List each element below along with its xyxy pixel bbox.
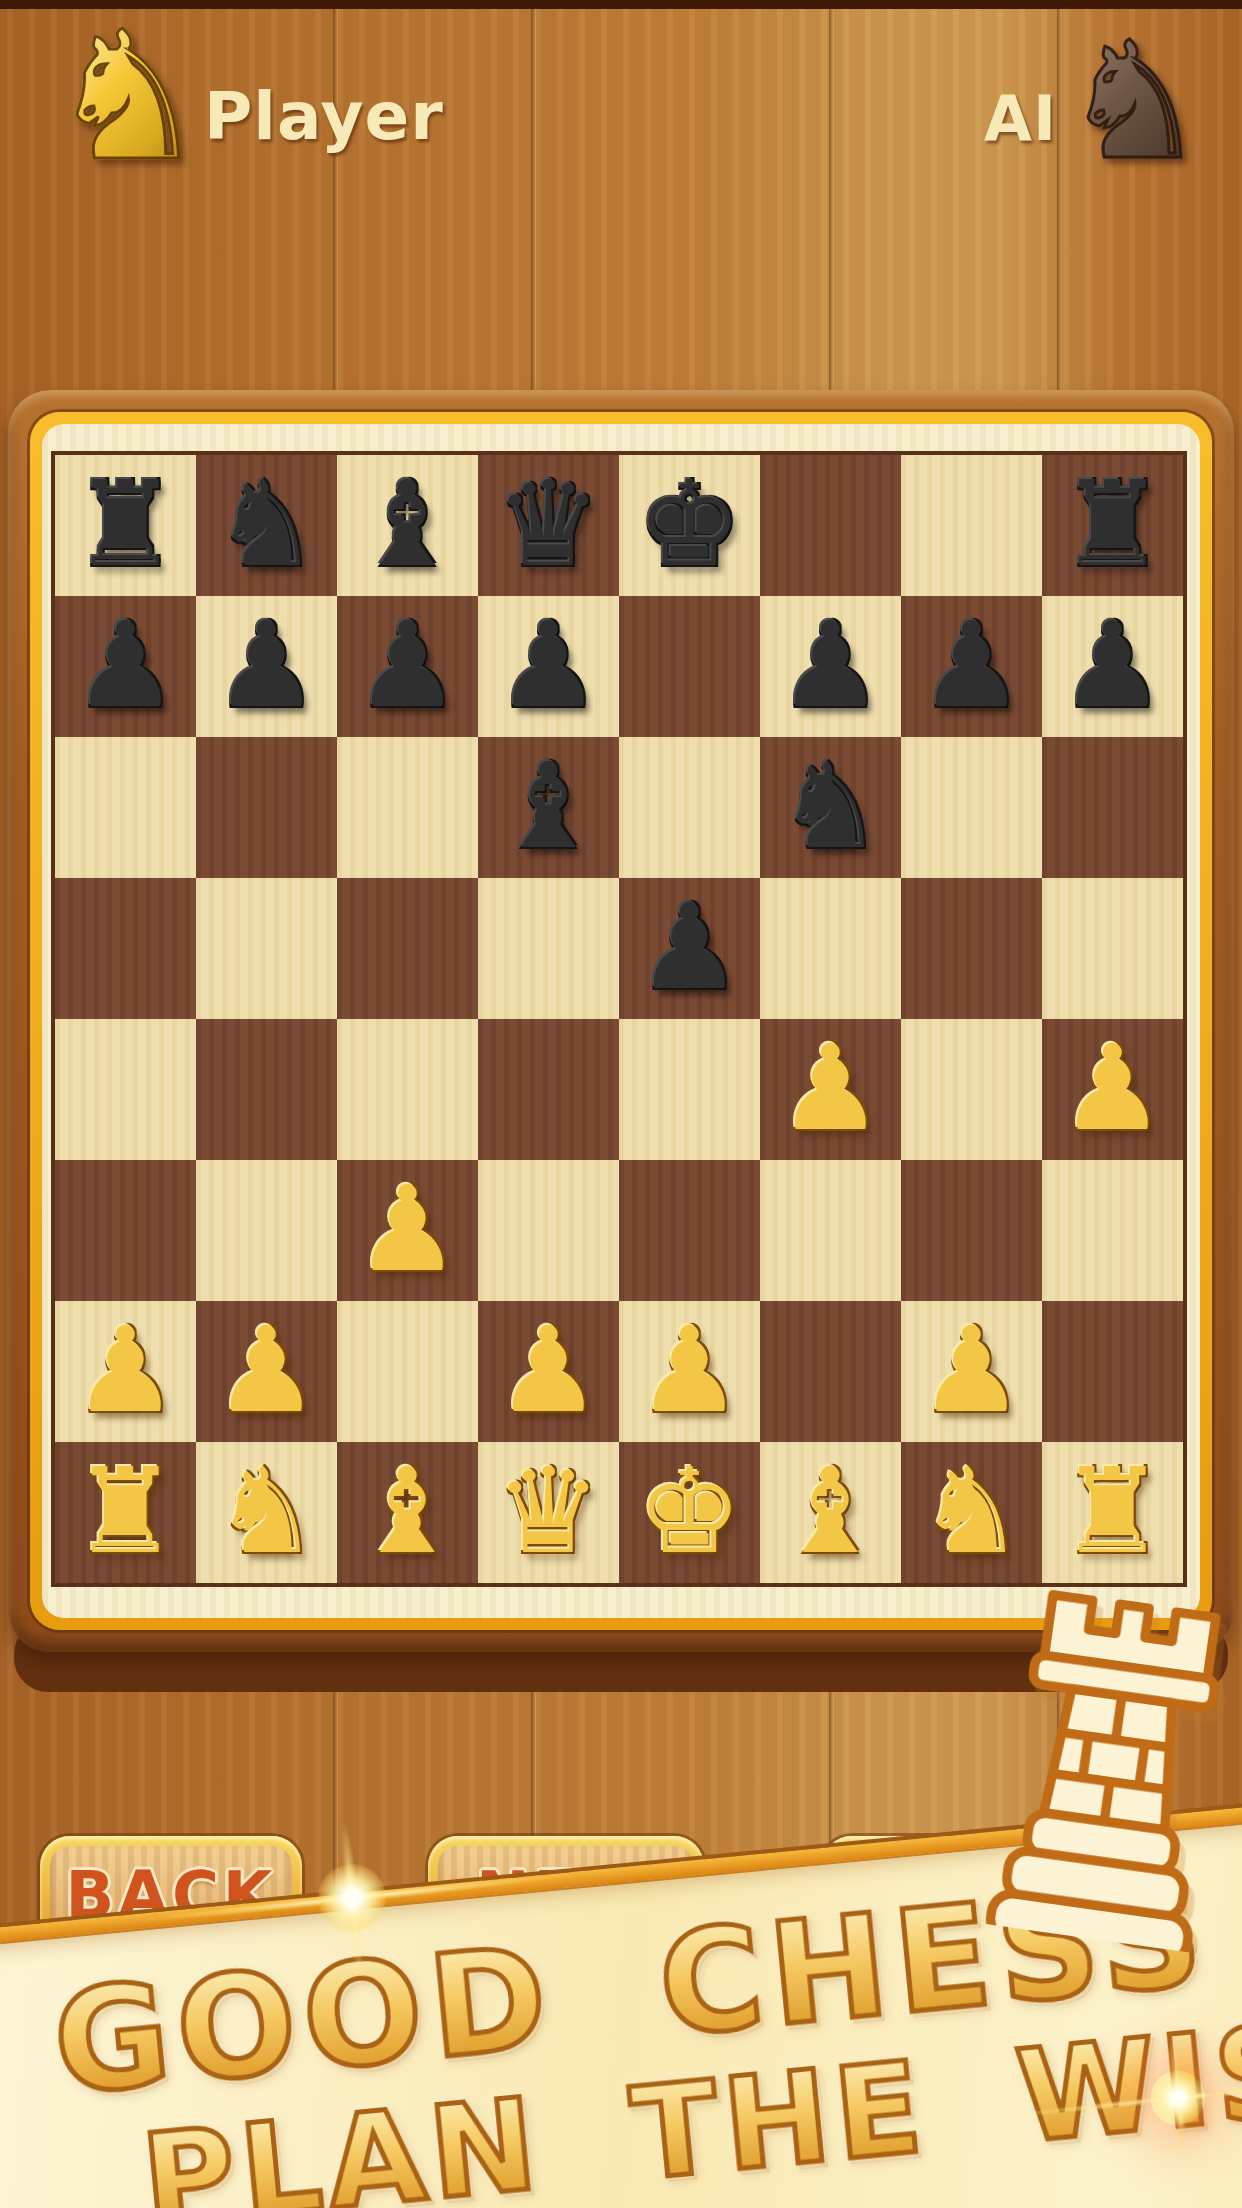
square-h4[interactable]: ♟︎ (1042, 1019, 1183, 1160)
square-a7[interactable]: ♟︎ (55, 596, 196, 737)
black-pawn: ♟︎ (901, 596, 1042, 737)
black-pawn: ♟︎ (619, 878, 760, 1019)
black-pawn: ♟︎ (337, 596, 478, 737)
square-d8[interactable]: ♛︎ (478, 455, 619, 596)
square-h8[interactable]: ♜︎ (1042, 455, 1183, 596)
square-c7[interactable]: ♟︎ (337, 596, 478, 737)
black-bishop: ♝︎ (478, 737, 619, 878)
white-pawn: ♟︎ (55, 1301, 196, 1442)
square-e5[interactable]: ♟︎ (619, 878, 760, 1019)
square-d7[interactable]: ♟︎ (478, 596, 619, 737)
black-rook: ♜︎ (1042, 455, 1183, 596)
square-h2[interactable] (1042, 1301, 1183, 1442)
ai-name: AI (984, 82, 1057, 155)
square-g4[interactable] (901, 1019, 1042, 1160)
square-f8[interactable] (760, 455, 901, 596)
square-a4[interactable] (55, 1019, 196, 1160)
black-pawn: ♟︎ (1042, 596, 1183, 737)
black-bishop: ♝︎ (337, 455, 478, 596)
square-h7[interactable]: ♟︎ (1042, 596, 1183, 737)
square-b7[interactable]: ♟︎ (196, 596, 337, 737)
square-e8[interactable]: ♚︎ (619, 455, 760, 596)
square-g1[interactable]: ♞︎ (901, 1442, 1042, 1583)
black-rook: ♜︎ (55, 455, 196, 596)
square-g5[interactable] (901, 878, 1042, 1019)
square-a3[interactable] (55, 1160, 196, 1301)
square-c2[interactable] (337, 1301, 478, 1442)
square-g6[interactable] (901, 737, 1042, 878)
square-b2[interactable]: ♟︎ (196, 1301, 337, 1442)
square-c6[interactable] (337, 737, 478, 878)
square-a2[interactable]: ♟︎ (55, 1301, 196, 1442)
square-c5[interactable] (337, 878, 478, 1019)
square-b4[interactable] (196, 1019, 337, 1160)
square-h6[interactable] (1042, 737, 1183, 878)
square-f2[interactable] (760, 1301, 901, 1442)
white-pawn: ♟︎ (619, 1301, 760, 1442)
black-knight-icon: ♞︎ (1062, 20, 1207, 182)
black-pawn: ♟︎ (55, 596, 196, 737)
white-knight: ♞︎ (196, 1442, 337, 1583)
white-queen: ♛︎ (478, 1442, 619, 1583)
square-e1[interactable]: ♚︎ (619, 1442, 760, 1583)
square-f7[interactable]: ♟︎ (760, 596, 901, 737)
white-rook-icon (979, 1578, 1242, 1953)
square-a8[interactable]: ♜︎ (55, 455, 196, 596)
white-rook: ♜︎ (55, 1442, 196, 1583)
square-h1[interactable]: ♜︎ (1042, 1442, 1183, 1583)
square-b8[interactable]: ♞︎ (196, 455, 337, 596)
square-a5[interactable] (55, 878, 196, 1019)
white-bishop: ♝︎ (337, 1442, 478, 1583)
square-b3[interactable] (196, 1160, 337, 1301)
white-knight: ♞︎ (901, 1442, 1042, 1583)
square-h5[interactable] (1042, 878, 1183, 1019)
square-f3[interactable] (760, 1160, 901, 1301)
square-g2[interactable]: ♟︎ (901, 1301, 1042, 1442)
square-b1[interactable]: ♞︎ (196, 1442, 337, 1583)
white-pawn: ♟︎ (478, 1301, 619, 1442)
square-g3[interactable] (901, 1160, 1042, 1301)
square-e6[interactable] (619, 737, 760, 878)
square-d4[interactable] (478, 1019, 619, 1160)
white-pawn: ♟︎ (1042, 1019, 1183, 1160)
square-d2[interactable]: ♟︎ (478, 1301, 619, 1442)
square-e7[interactable] (619, 596, 760, 737)
square-d5[interactable] (478, 878, 619, 1019)
white-bishop: ♝︎ (760, 1442, 901, 1583)
player-name: Player (204, 78, 444, 155)
square-b6[interactable] (196, 737, 337, 878)
square-f5[interactable] (760, 878, 901, 1019)
chess-board[interactable]: ♜︎♞︎♝︎♛︎♚︎♜︎♟︎♟︎♟︎♟︎♟︎♟︎♟︎♝︎♞︎♟︎♟︎♟︎♟︎♟︎… (55, 455, 1183, 1583)
white-pawn: ♟︎ (337, 1160, 478, 1301)
white-king: ♚︎ (619, 1442, 760, 1583)
square-f1[interactable]: ♝︎ (760, 1442, 901, 1583)
square-d1[interactable]: ♛︎ (478, 1442, 619, 1583)
black-pawn: ♟︎ (196, 596, 337, 737)
white-rook: ♜︎ (1042, 1442, 1183, 1583)
white-knight-icon: ♞︎ (48, 8, 208, 186)
square-c8[interactable]: ♝︎ (337, 455, 478, 596)
square-a1[interactable]: ♜︎ (55, 1442, 196, 1583)
white-pawn: ♟︎ (760, 1019, 901, 1160)
square-a6[interactable] (55, 737, 196, 878)
square-d6[interactable]: ♝︎ (478, 737, 619, 878)
square-b5[interactable] (196, 878, 337, 1019)
black-queen: ♛︎ (478, 455, 619, 596)
square-g7[interactable]: ♟︎ (901, 596, 1042, 737)
square-f6[interactable]: ♞︎ (760, 737, 901, 878)
square-h3[interactable] (1042, 1160, 1183, 1301)
square-c4[interactable] (337, 1019, 478, 1160)
black-pawn: ♟︎ (760, 596, 901, 737)
square-e2[interactable]: ♟︎ (619, 1301, 760, 1442)
square-g8[interactable] (901, 455, 1042, 596)
black-pawn: ♟︎ (478, 596, 619, 737)
square-e4[interactable] (619, 1019, 760, 1160)
square-c3[interactable]: ♟︎ (337, 1160, 478, 1301)
white-pawn: ♟︎ (901, 1301, 1042, 1442)
black-knight: ♞︎ (196, 455, 337, 596)
square-e3[interactable] (619, 1160, 760, 1301)
square-c1[interactable]: ♝︎ (337, 1442, 478, 1583)
square-d3[interactable] (478, 1160, 619, 1301)
white-pawn: ♟︎ (196, 1301, 337, 1442)
black-king: ♚︎ (619, 455, 760, 596)
black-knight: ♞︎ (760, 737, 901, 878)
square-f4[interactable]: ♟︎ (760, 1019, 901, 1160)
